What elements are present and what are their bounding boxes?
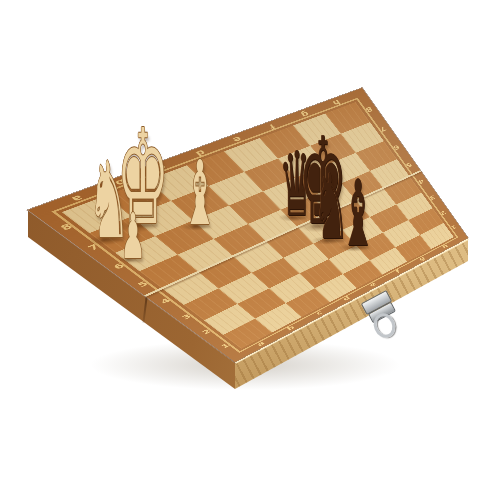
pieces-layer: ♛♚♝♚♞♞♝♟ xyxy=(0,0,500,500)
white-bishop-on-c6[interactable]: ♝ xyxy=(182,149,218,238)
product-photo: 87654321 87654321 abcdefgh abcdefgh ♛♚♝♚… xyxy=(0,0,500,500)
white-pawn-on-a6[interactable]: ♟ xyxy=(120,205,145,268)
black-bishop-on-f3[interactable]: ♝ xyxy=(340,168,377,259)
